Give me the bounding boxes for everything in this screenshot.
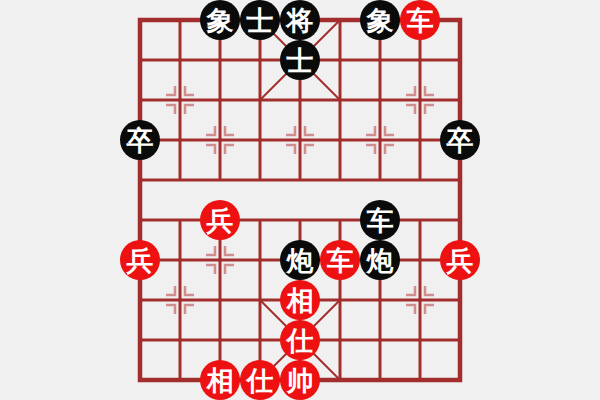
black-soldier[interactable]: 卒 [440, 120, 480, 160]
pieces-layer: 象士将象车士卒卒兵车兵炮车炮兵相仕相仕帅 [120, 0, 480, 400]
red-soldier[interactable]: 兵 [120, 240, 160, 280]
black-soldier[interactable]: 卒 [120, 120, 160, 160]
red-chariot[interactable]: 车 [320, 240, 360, 280]
black-advisor[interactable]: 士 [280, 40, 320, 80]
red-chariot[interactable]: 车 [400, 0, 440, 40]
red-general[interactable]: 帅 [280, 360, 320, 400]
red-advisor[interactable]: 仕 [280, 320, 320, 360]
red-soldier[interactable]: 兵 [200, 200, 240, 240]
black-cannon[interactable]: 炮 [360, 240, 400, 280]
red-elephant[interactable]: 相 [200, 360, 240, 400]
black-cannon[interactable]: 炮 [280, 240, 320, 280]
black-general[interactable]: 将 [280, 0, 320, 40]
black-chariot[interactable]: 车 [360, 200, 400, 240]
black-elephant[interactable]: 象 [200, 0, 240, 40]
screenshot-root: 象士将象车士卒卒兵车兵炮车炮兵相仕相仕帅 [0, 0, 600, 400]
red-advisor[interactable]: 仕 [240, 360, 280, 400]
xiangqi-board: 象士将象车士卒卒兵车兵炮车炮兵相仕相仕帅 [120, 0, 480, 400]
black-elephant[interactable]: 象 [360, 0, 400, 40]
red-soldier[interactable]: 兵 [440, 240, 480, 280]
red-elephant[interactable]: 相 [280, 280, 320, 320]
black-advisor[interactable]: 士 [240, 0, 280, 40]
